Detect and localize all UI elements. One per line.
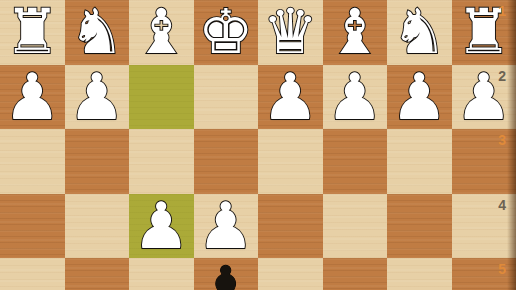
square-g5[interactable] [65, 258, 130, 290]
rank-label-2: 2 [498, 68, 506, 84]
piece-white-pawn-f4[interactable]: ♟ [133, 194, 190, 258]
square-b1[interactable]: ♞ [387, 0, 452, 65]
piece-white-queen-d1[interactable]: ♛ [262, 1, 318, 63]
square-b2[interactable]: ♟ [387, 65, 452, 130]
square-e4[interactable]: ♟ [194, 194, 259, 259]
square-f4[interactable]: ♟ [129, 194, 194, 259]
square-a3[interactable]: 3 [452, 129, 516, 194]
square-d4[interactable] [258, 194, 323, 259]
square-f2[interactable] [129, 65, 194, 130]
square-c2[interactable]: ♟ [323, 65, 388, 130]
piece-white-knight-g1[interactable]: ♞ [69, 1, 125, 63]
rank-label-3: 3 [498, 132, 506, 148]
piece-white-bishop-c1[interactable]: ♝ [327, 1, 383, 63]
rank-label-4: 4 [498, 197, 506, 213]
piece-white-pawn-c2[interactable]: ♟ [326, 65, 383, 129]
square-a4[interactable]: 4 [452, 194, 516, 259]
square-g1[interactable]: ♞ [65, 0, 130, 65]
square-h1[interactable]: ♜ [0, 0, 65, 65]
square-g2[interactable]: ♟ [65, 65, 130, 130]
square-a1[interactable]: 1♜ [452, 0, 516, 65]
square-f5[interactable] [129, 258, 194, 290]
square-b3[interactable] [387, 129, 452, 194]
rank-label-1: 1 [498, 3, 506, 19]
square-d1[interactable]: ♛ [258, 0, 323, 65]
piece-white-knight-b1[interactable]: ♞ [391, 1, 447, 63]
square-a5[interactable]: 5 [452, 258, 516, 290]
square-g3[interactable] [65, 129, 130, 194]
piece-black-pawn-e5[interactable]: ♟ [197, 258, 254, 290]
piece-white-bishop-f1[interactable]: ♝ [133, 1, 189, 63]
square-b4[interactable] [387, 194, 452, 259]
square-f3[interactable] [129, 129, 194, 194]
square-h2[interactable]: ♟ [0, 65, 65, 130]
square-e5[interactable]: ♟ [194, 258, 259, 290]
square-e3[interactable] [194, 129, 259, 194]
square-c5[interactable] [323, 258, 388, 290]
square-g4[interactable] [65, 194, 130, 259]
piece-white-pawn-g2[interactable]: ♟ [68, 65, 125, 129]
square-e1[interactable]: ♚ [194, 0, 259, 65]
square-c3[interactable] [323, 129, 388, 194]
chess-board: ♜♞♝♚♛♝♞1♜♟♟♟♟♟2♟3♟♟4♟5 [0, 0, 516, 290]
square-h4[interactable] [0, 194, 65, 259]
square-h5[interactable] [0, 258, 65, 290]
piece-white-pawn-h2[interactable]: ♟ [4, 65, 61, 129]
piece-white-pawn-b2[interactable]: ♟ [391, 65, 448, 129]
square-d2[interactable]: ♟ [258, 65, 323, 130]
rank-label-5: 5 [498, 261, 506, 277]
square-c1[interactable]: ♝ [323, 0, 388, 65]
piece-white-king-e1[interactable]: ♚ [198, 1, 254, 63]
square-d3[interactable] [258, 129, 323, 194]
square-e2[interactable] [194, 65, 259, 130]
chess-board-viewport: ♜♞♝♚♛♝♞1♜♟♟♟♟♟2♟3♟♟4♟5 [0, 0, 516, 290]
piece-white-pawn-d2[interactable]: ♟ [262, 65, 319, 129]
square-b5[interactable] [387, 258, 452, 290]
square-d5[interactable] [258, 258, 323, 290]
square-h3[interactable] [0, 129, 65, 194]
square-a2[interactable]: 2♟ [452, 65, 516, 130]
piece-white-rook-h1[interactable]: ♜ [4, 1, 60, 63]
square-f1[interactable]: ♝ [129, 0, 194, 65]
square-c4[interactable] [323, 194, 388, 259]
piece-white-pawn-e4[interactable]: ♟ [197, 194, 254, 258]
